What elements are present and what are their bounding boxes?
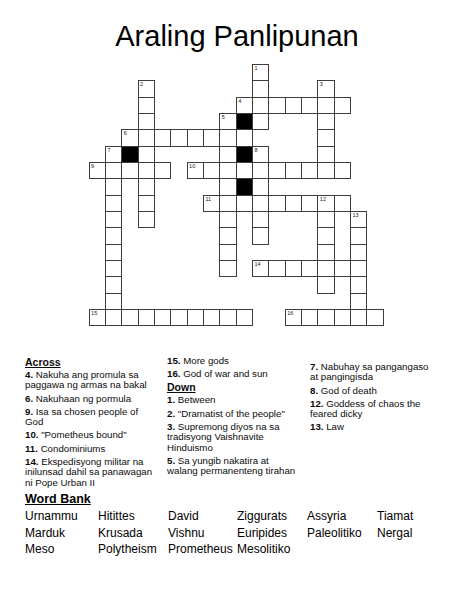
- clue-down-2: 2. "Dramatist of the people": [167, 409, 307, 419]
- grid-cell-r10-c1[interactable]: [105, 227, 122, 244]
- grid-cell-r12-c11[interactable]: [268, 260, 285, 277]
- cell-number-1: 1: [254, 65, 257, 71]
- clue-down-7: 7. Nabuhay sa pangangasoat pangingisda: [310, 362, 468, 383]
- cell-number-3: 3: [320, 81, 323, 87]
- clue-down-12: 12. Goddess of chaos thefeared dicky: [310, 399, 468, 420]
- grid-cell-r8-c7[interactable]: 11: [203, 195, 220, 212]
- word-bank-title: Word Bank: [25, 492, 91, 506]
- cell-number-6: 6: [124, 130, 127, 136]
- grid-cell-r15-c13[interactable]: [301, 309, 318, 326]
- grid-cell-r12-c8[interactable]: [219, 260, 236, 277]
- grid-cell-r8-c11[interactable]: [268, 195, 285, 212]
- clue-across-15: 15. More gods: [167, 356, 307, 366]
- grid-cell-r11-c1[interactable]: [105, 244, 122, 261]
- grid-cell-r1-c10[interactable]: [252, 80, 269, 97]
- grid-cell-r0-c10[interactable]: 1: [252, 64, 269, 81]
- grid-cell-r5-c14[interactable]: [317, 146, 334, 163]
- grid-cell-r14-c16[interactable]: [350, 293, 367, 310]
- grid-cell-r6-c10[interactable]: [252, 162, 269, 179]
- word-bank-item: David: [168, 508, 237, 525]
- grid-cell-r8-c1[interactable]: [105, 195, 122, 212]
- cell-number-7: 7: [107, 147, 110, 153]
- grid-cell-r1-c3[interactable]: 2: [138, 80, 155, 97]
- grid-cell-r4-c6[interactable]: [187, 129, 204, 146]
- grid-cell-r8-c9[interactable]: [236, 195, 253, 212]
- grid-cell-r5-c8[interactable]: [219, 146, 236, 163]
- grid-cell-r6-c3[interactable]: [138, 162, 155, 179]
- grid-cell-r6-c9[interactable]: [236, 162, 253, 179]
- cell-number-11: 11: [205, 196, 211, 202]
- grid-cell-r8-c12[interactable]: [285, 195, 302, 212]
- grid-cell-r1-c14[interactable]: 3: [317, 80, 334, 97]
- grid-cell-r15-c0[interactable]: 15: [89, 309, 106, 326]
- grid-cell-r8-c3[interactable]: [138, 195, 155, 212]
- grid-cell-r15-c9[interactable]: [236, 309, 253, 326]
- word-bank-item: Mesolitiko: [237, 541, 307, 558]
- grid-cell-r4-c4[interactable]: [154, 129, 171, 146]
- grid-cell-r6-c14[interactable]: [317, 162, 334, 179]
- clue-down-1: 1. Between: [167, 395, 307, 405]
- grid-cell-r2-c15[interactable]: [334, 97, 351, 114]
- grid-cell-r2-c3[interactable]: [138, 97, 155, 114]
- grid-cell-r12-c16[interactable]: [350, 260, 367, 277]
- clue-across-11: 11. Condominiums: [25, 444, 167, 454]
- grid-cell-r10-c16[interactable]: [350, 227, 367, 244]
- grid-cell-r4-c9[interactable]: [236, 129, 253, 146]
- grid-cell-r9-c1[interactable]: [105, 211, 122, 228]
- grid-cell-r3-c14[interactable]: [317, 113, 334, 130]
- cell-number-10: 10: [189, 163, 195, 169]
- clue-across-10: 10. "Pometheus bound": [25, 430, 167, 440]
- cell-number-15: 15: [91, 310, 97, 316]
- grid-cell-r2-c10[interactable]: [252, 97, 269, 114]
- grid-cell-r4-c8[interactable]: [219, 129, 236, 146]
- cell-number-5: 5: [222, 114, 225, 120]
- grid-cell-r15-c6[interactable]: [187, 309, 204, 326]
- word-bank-item: Ziggurats: [237, 508, 307, 525]
- word-bank-list: UrnammuHitittesDavidZigguratsAssyriaTiam…: [25, 508, 465, 558]
- word-bank-item: Vishnu: [168, 525, 237, 542]
- black-cell: [121, 146, 138, 163]
- grid-cell-r4-c2[interactable]: 6: [121, 129, 138, 146]
- word-bank-item: Nergal: [377, 525, 465, 542]
- word-bank-item: Meso: [25, 541, 98, 558]
- black-cell: [236, 113, 253, 130]
- grid-cell-r6-c7[interactable]: [203, 162, 220, 179]
- grid-cell-r15-c5[interactable]: [170, 309, 187, 326]
- clue-across-9: 9. Isa sa chosen people ofGod: [25, 407, 167, 428]
- grid-cell-r13-c14[interactable]: [317, 276, 334, 293]
- black-cell: [236, 146, 253, 163]
- grid-cell-r4-c7[interactable]: [203, 129, 220, 146]
- grid-cell-r2-c9[interactable]: 4: [236, 97, 253, 114]
- black-cell: [236, 178, 253, 195]
- grid-cell-r15-c17[interactable]: [366, 309, 383, 326]
- clue-across-14: 14. Ekspedisyong militar nainilunsad dah…: [25, 457, 167, 488]
- grid-cell-r12-c13[interactable]: [301, 260, 318, 277]
- cell-number-12: 12: [320, 196, 326, 202]
- grid-cell-r3-c8[interactable]: 5: [219, 113, 236, 130]
- grid-cell-r15-c16[interactable]: [350, 309, 367, 326]
- grid-cell-r4-c5[interactable]: [170, 129, 187, 146]
- grid-cell-r15-c12[interactable]: 16: [285, 309, 302, 326]
- grid-cell-r15-c8[interactable]: [219, 309, 236, 326]
- grid-cell-r11-c16[interactable]: [350, 244, 367, 261]
- grid-cell-r13-c1[interactable]: [105, 276, 122, 293]
- grid-cell-r8-c15[interactable]: [334, 195, 351, 212]
- word-bank-item: Marduk: [25, 525, 98, 542]
- down-header: Down: [167, 382, 307, 392]
- grid-cell-r6-c1[interactable]: [105, 162, 122, 179]
- clue-down-8: 8. God of death: [310, 386, 468, 396]
- across-header: Across: [25, 357, 167, 367]
- grid-cell-r6-c4[interactable]: [154, 162, 171, 179]
- grid-cell-r15-c7[interactable]: [203, 309, 220, 326]
- grid-cell-r10-c14[interactable]: [317, 227, 334, 244]
- grid-cell-r6-c12[interactable]: [285, 162, 302, 179]
- clue-down-3: 3. Supremong diyos na satradisyong Vaish…: [167, 422, 307, 453]
- grid-cell-r8-c8[interactable]: [219, 195, 236, 212]
- cell-number-9: 9: [91, 163, 94, 169]
- clue-down-13: 13. Law: [310, 422, 468, 432]
- grid-cell-r3-c3[interactable]: [138, 113, 155, 130]
- grid-cell-r15-c4[interactable]: [154, 309, 171, 326]
- grid-cell-r5-c1[interactable]: 7: [105, 146, 122, 163]
- grid-cell-r7-c8[interactable]: [219, 178, 236, 195]
- grid-cell-r10-c10[interactable]: [252, 227, 269, 244]
- grid-cell-r15-c2[interactable]: [121, 309, 138, 326]
- grid-cell-r7-c1[interactable]: [105, 178, 122, 195]
- grid-cell-r8-c10[interactable]: [252, 195, 269, 212]
- grid-cell-r9-c14[interactable]: [317, 211, 334, 228]
- grid-cell-r2-c12[interactable]: [285, 97, 302, 114]
- grid-cell-r6-c13[interactable]: [301, 162, 318, 179]
- word-bank-item: Tiamat: [377, 508, 465, 525]
- grid-cell-r9-c8[interactable]: [219, 211, 236, 228]
- grid-cell-r9-c16[interactable]: 13: [350, 211, 367, 228]
- grid-cell-r6-c8[interactable]: [219, 162, 236, 179]
- grid-cell-r12-c12[interactable]: [285, 260, 302, 277]
- word-bank-item: Euripides: [237, 525, 307, 542]
- grid-cell-r13-c16[interactable]: [350, 276, 367, 293]
- grid-cell-r2-c11[interactable]: [268, 97, 285, 114]
- word-bank-item: Urnammu: [25, 508, 98, 525]
- grid-cell-r9-c3[interactable]: [138, 211, 155, 228]
- grid-cell-r11-c14[interactable]: [317, 244, 334, 261]
- word-bank-item: Assyria: [307, 508, 377, 525]
- clue-column-2: 15. More gods16. God of war and sunDown1…: [167, 356, 307, 479]
- grid-cell-r12-c10[interactable]: 14: [252, 260, 269, 277]
- grid-cell-r6-c15[interactable]: [334, 162, 351, 179]
- grid-cell-r12-c1[interactable]: [105, 260, 122, 277]
- word-bank-item: Krusada: [98, 525, 168, 542]
- grid-cell-r8-c14[interactable]: 12: [317, 195, 334, 212]
- clue-across-4: 4. Nakuha ang promula sapaggawa ng armas…: [25, 370, 167, 391]
- clue-across-16: 16. God of war and sun: [167, 369, 307, 379]
- clue-across-6: 6. Nakuhaan ng pormula: [25, 394, 167, 404]
- grid-cell-r14-c1[interactable]: [105, 293, 122, 310]
- grid-cell-r7-c10[interactable]: [252, 178, 269, 195]
- grid-cell-r3-c10[interactable]: [252, 113, 269, 130]
- cell-number-8: 8: [254, 147, 257, 153]
- clue-column-1: Across4. Nakuha ang promula sapaggawa ng…: [25, 356, 167, 491]
- grid-cell-r7-c3[interactable]: [138, 178, 155, 195]
- grid-cell-r6-c11[interactable]: [268, 162, 285, 179]
- grid-cell-r15-c14[interactable]: [317, 309, 334, 326]
- clue-column-3: 7. Nabuhay sa pangangasoat pangingisda8.…: [310, 356, 468, 436]
- clue-down-5: 5. Sa yungib nakatira atwalang permanent…: [167, 456, 307, 477]
- grid-cell-r5-c3[interactable]: [138, 146, 155, 163]
- grid-cell-r10-c8[interactable]: [219, 227, 236, 244]
- word-bank-item: Paleolitiko: [307, 525, 377, 542]
- cell-number-2: 2: [140, 81, 143, 87]
- word-bank-item: Polytheism: [98, 541, 168, 558]
- grid-cell-r2-c13[interactable]: [301, 97, 318, 114]
- grid-cell-r9-c10[interactable]: [252, 211, 269, 228]
- grid-cell-r4-c3[interactable]: [138, 129, 155, 146]
- grid-cell-r12-c14[interactable]: [317, 260, 334, 277]
- word-bank-item: Prometheus: [168, 541, 237, 558]
- cell-number-16: 16: [287, 310, 293, 316]
- grid-cell-r15-c15[interactable]: [334, 309, 351, 326]
- cell-number-4: 4: [238, 98, 241, 104]
- grid-cell-r6-c0[interactable]: 9: [89, 162, 106, 179]
- page-title: Araling Panlipunan: [0, 20, 474, 53]
- grid-cell-r15-c1[interactable]: [105, 309, 122, 326]
- grid-cell-r6-c2[interactable]: [121, 162, 138, 179]
- grid-cell-r8-c13[interactable]: [301, 195, 318, 212]
- grid-cell-r5-c10[interactable]: 8: [252, 146, 269, 163]
- grid-cell-r15-c3[interactable]: [138, 309, 155, 326]
- grid-cell-r12-c15[interactable]: [334, 260, 351, 277]
- grid-cell-r6-c6[interactable]: 10: [187, 162, 204, 179]
- grid-cell-r4-c14[interactable]: [317, 129, 334, 146]
- grid-cell-r2-c14[interactable]: [317, 97, 334, 114]
- cell-number-14: 14: [254, 261, 260, 267]
- grid-cell-r11-c8[interactable]: [219, 244, 236, 261]
- cell-number-13: 13: [353, 212, 359, 218]
- word-bank-item: Hitittes: [98, 508, 168, 525]
